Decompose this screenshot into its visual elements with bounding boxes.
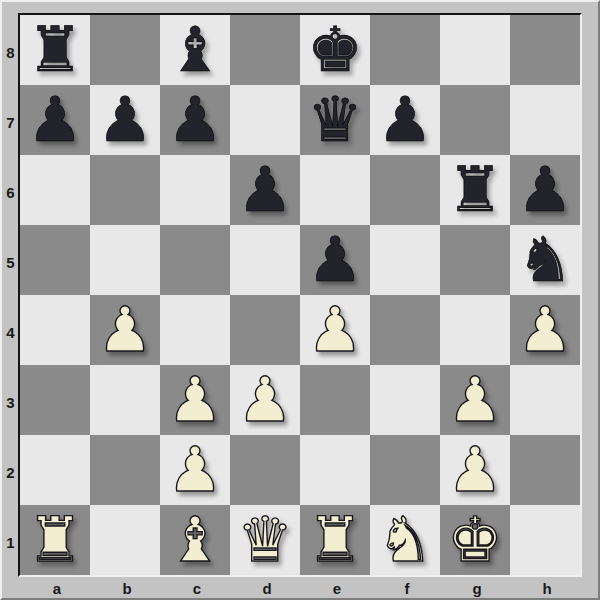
piece-white-bishop[interactable]: ♝ — [167, 505, 223, 575]
rank-label-4: 4 — [2, 297, 19, 367]
square-c8[interactable]: ♝ — [160, 15, 230, 85]
square-g6[interactable]: ♜ — [440, 155, 510, 225]
piece-white-rook[interactable]: ♜ — [307, 505, 363, 575]
rank-label-1: 1 — [2, 507, 19, 577]
piece-white-pawn[interactable]: ♟ — [447, 435, 503, 505]
square-h4[interactable]: ♟ — [510, 295, 580, 365]
square-a7[interactable]: ♟ — [20, 85, 90, 155]
square-e5[interactable]: ♟ — [300, 225, 370, 295]
piece-black-pawn[interactable]: ♟ — [237, 155, 293, 225]
square-b3[interactable] — [90, 365, 160, 435]
piece-white-queen[interactable]: ♛ — [237, 505, 293, 575]
piece-black-pawn[interactable]: ♟ — [517, 155, 573, 225]
piece-white-pawn[interactable]: ♟ — [447, 365, 503, 435]
piece-white-king[interactable]: ♚ — [447, 505, 503, 575]
rank-label-8: 8 — [2, 17, 19, 87]
square-a2[interactable] — [20, 435, 90, 505]
square-e3[interactable] — [300, 365, 370, 435]
square-a5[interactable] — [20, 225, 90, 295]
square-c4[interactable] — [160, 295, 230, 365]
square-f4[interactable] — [370, 295, 440, 365]
piece-white-pawn[interactable]: ♟ — [167, 365, 223, 435]
square-f3[interactable] — [370, 365, 440, 435]
piece-black-pawn[interactable]: ♟ — [307, 225, 363, 295]
rank-label-2: 2 — [2, 437, 19, 507]
square-b5[interactable] — [90, 225, 160, 295]
file-labels: abcdefgh — [22, 578, 582, 598]
square-f2[interactable] — [370, 435, 440, 505]
square-g7[interactable] — [440, 85, 510, 155]
file-label-d: d — [232, 578, 302, 598]
file-label-c: c — [162, 578, 232, 598]
square-f8[interactable] — [370, 15, 440, 85]
square-a4[interactable] — [20, 295, 90, 365]
square-c6[interactable] — [160, 155, 230, 225]
piece-white-pawn[interactable]: ♟ — [307, 295, 363, 365]
file-label-e: e — [302, 578, 372, 598]
file-label-a: a — [22, 578, 92, 598]
square-e6[interactable] — [300, 155, 370, 225]
piece-white-pawn[interactable]: ♟ — [167, 435, 223, 505]
square-c3[interactable]: ♟ — [160, 365, 230, 435]
square-d6[interactable]: ♟ — [230, 155, 300, 225]
square-h2[interactable] — [510, 435, 580, 505]
piece-white-rook[interactable]: ♜ — [27, 505, 83, 575]
square-f7[interactable]: ♟ — [370, 85, 440, 155]
file-label-f: f — [372, 578, 442, 598]
piece-white-pawn[interactable]: ♟ — [237, 365, 293, 435]
square-b1[interactable] — [90, 505, 160, 575]
square-e8[interactable]: ♚ — [300, 15, 370, 85]
square-g5[interactable] — [440, 225, 510, 295]
rank-label-7: 7 — [2, 87, 19, 157]
rank-label-3: 3 — [2, 367, 19, 437]
piece-black-queen[interactable]: ♛ — [307, 85, 363, 155]
piece-white-pawn[interactable]: ♟ — [97, 295, 153, 365]
square-g4[interactable] — [440, 295, 510, 365]
square-d4[interactable] — [230, 295, 300, 365]
piece-black-pawn[interactable]: ♟ — [377, 85, 433, 155]
square-e2[interactable] — [300, 435, 370, 505]
chess-board[interactable]: ♜♝♚♟♟♟♛♟♟♜♟♟♞♟♟♟♟♟♟♟♟♜♝♛♜♞♚ — [18, 13, 582, 577]
square-h6[interactable]: ♟ — [510, 155, 580, 225]
square-b4[interactable]: ♟ — [90, 295, 160, 365]
diagram-frame: 87654321 ♜♝♚♟♟♟♛♟♟♜♟♟♞♟♟♟♟♟♟♟♟♜♝♛♜♞♚ abc… — [0, 0, 600, 600]
square-d8[interactable] — [230, 15, 300, 85]
square-a3[interactable] — [20, 365, 90, 435]
piece-black-pawn[interactable]: ♟ — [97, 85, 153, 155]
rank-labels: 87654321 — [2, 17, 19, 577]
piece-black-rook[interactable]: ♜ — [27, 15, 83, 85]
square-d5[interactable] — [230, 225, 300, 295]
piece-black-pawn[interactable]: ♟ — [167, 85, 223, 155]
square-d3[interactable]: ♟ — [230, 365, 300, 435]
square-f6[interactable] — [370, 155, 440, 225]
rank-label-6: 6 — [2, 157, 19, 227]
square-h3[interactable] — [510, 365, 580, 435]
square-d1[interactable]: ♛ — [230, 505, 300, 575]
square-a1[interactable]: ♜ — [20, 505, 90, 575]
square-h5[interactable]: ♞ — [510, 225, 580, 295]
piece-black-pawn[interactable]: ♟ — [27, 85, 83, 155]
square-b2[interactable] — [90, 435, 160, 505]
square-c2[interactable]: ♟ — [160, 435, 230, 505]
square-e7[interactable]: ♛ — [300, 85, 370, 155]
square-g3[interactable]: ♟ — [440, 365, 510, 435]
square-h1[interactable] — [510, 505, 580, 575]
square-c7[interactable]: ♟ — [160, 85, 230, 155]
square-b6[interactable] — [90, 155, 160, 225]
square-a8[interactable]: ♜ — [20, 15, 90, 85]
square-c5[interactable] — [160, 225, 230, 295]
file-label-g: g — [442, 578, 512, 598]
piece-white-pawn[interactable]: ♟ — [517, 295, 573, 365]
square-b7[interactable]: ♟ — [90, 85, 160, 155]
square-h8[interactable] — [510, 15, 580, 85]
square-e1[interactable]: ♜ — [300, 505, 370, 575]
square-b8[interactable] — [90, 15, 160, 85]
file-label-h: h — [512, 578, 582, 598]
square-g8[interactable] — [440, 15, 510, 85]
piece-black-rook[interactable]: ♜ — [447, 155, 503, 225]
piece-black-king[interactable]: ♚ — [307, 15, 363, 85]
square-a6[interactable] — [20, 155, 90, 225]
square-g1[interactable]: ♚ — [440, 505, 510, 575]
rank-label-5: 5 — [2, 227, 19, 297]
square-g2[interactable]: ♟ — [440, 435, 510, 505]
piece-black-knight[interactable]: ♞ — [517, 225, 573, 295]
square-h7[interactable] — [510, 85, 580, 155]
square-e4[interactable]: ♟ — [300, 295, 370, 365]
square-d2[interactable] — [230, 435, 300, 505]
square-f1[interactable]: ♞ — [370, 505, 440, 575]
piece-white-knight[interactable]: ♞ — [377, 505, 433, 575]
square-f5[interactable] — [370, 225, 440, 295]
piece-black-bishop[interactable]: ♝ — [167, 15, 223, 85]
square-c1[interactable]: ♝ — [160, 505, 230, 575]
file-label-b: b — [92, 578, 162, 598]
square-d7[interactable] — [230, 85, 300, 155]
